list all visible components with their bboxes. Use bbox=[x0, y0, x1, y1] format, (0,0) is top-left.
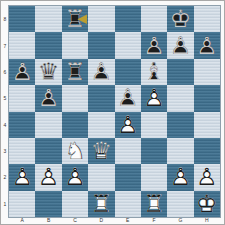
square-d3[interactable]: ♛♕ bbox=[88, 138, 114, 164]
square-d2[interactable] bbox=[88, 164, 114, 190]
piece-black-pawn-h7[interactable]: ♟♙ bbox=[194, 32, 220, 58]
square-a6[interactable]: ♟♙ bbox=[9, 59, 35, 85]
square-a8[interactable] bbox=[9, 6, 35, 32]
square-f5[interactable]: ♟♙ bbox=[141, 85, 167, 111]
square-b5[interactable]: ♟♙ bbox=[35, 85, 61, 111]
square-b8[interactable] bbox=[35, 6, 61, 32]
chess-board: ♜♖♚♔♟♙♟♙♟♙♟♙♛♕♜♖♟♙♝♗♟♙♟♙♟♙♟♙♞♘♛♕♟♙♟♙♟♙♟♙… bbox=[9, 6, 220, 217]
piece-black-rook-c6[interactable]: ♜♖ bbox=[62, 59, 88, 85]
square-h5[interactable] bbox=[194, 85, 220, 111]
square-h3[interactable] bbox=[194, 138, 220, 164]
square-f3[interactable] bbox=[141, 138, 167, 164]
piece-black-king-g8[interactable]: ♚♔ bbox=[167, 6, 193, 32]
square-a3[interactable] bbox=[9, 138, 35, 164]
square-g4[interactable] bbox=[167, 112, 193, 138]
file-label-h: H bbox=[194, 217, 220, 225]
piece-white-queen-d3[interactable]: ♛♕ bbox=[88, 138, 114, 164]
piece-black-pawn-a6[interactable]: ♟♙ bbox=[9, 59, 35, 85]
board-frame: 87654321 ABCDEFGH ♜♖♚♔♟♙♟♙♟♙♟♙♛♕♜♖♟♙♝♗♟♙… bbox=[0, 0, 225, 225]
square-h6[interactable] bbox=[194, 59, 220, 85]
square-b7[interactable] bbox=[35, 32, 61, 58]
piece-white-knight-c3[interactable]: ♞♘ bbox=[62, 138, 88, 164]
piece-white-pawn-h2[interactable]: ♟♙ bbox=[194, 164, 220, 190]
square-b3[interactable] bbox=[35, 138, 61, 164]
file-label-b: B bbox=[35, 217, 61, 225]
square-g7[interactable]: ♟♙ bbox=[167, 32, 193, 58]
file-label-e: E bbox=[115, 217, 141, 225]
square-g3[interactable] bbox=[167, 138, 193, 164]
piece-black-pawn-b5[interactable]: ♟♙ bbox=[35, 85, 61, 111]
square-e7[interactable] bbox=[115, 32, 141, 58]
square-h2[interactable]: ♟♙ bbox=[194, 164, 220, 190]
square-c3[interactable]: ♞♘ bbox=[62, 138, 88, 164]
square-c1[interactable] bbox=[62, 191, 88, 217]
file-labels: ABCDEFGH bbox=[9, 217, 220, 225]
square-e5[interactable]: ♟♙ bbox=[115, 85, 141, 111]
square-a4[interactable] bbox=[9, 112, 35, 138]
square-b6[interactable]: ♛♕ bbox=[35, 59, 61, 85]
rank-label-3: 3 bbox=[1, 138, 9, 164]
piece-black-rook-c8[interactable]: ♜♖ bbox=[62, 6, 88, 32]
piece-white-rook-d1[interactable]: ♜♖ bbox=[88, 191, 114, 217]
square-a7[interactable] bbox=[9, 32, 35, 58]
square-h1[interactable]: ♚♔ bbox=[194, 191, 220, 217]
piece-black-bishop-f6[interactable]: ♝♗ bbox=[141, 59, 167, 85]
square-f6[interactable]: ♝♗ bbox=[141, 59, 167, 85]
square-e8[interactable] bbox=[115, 6, 141, 32]
piece-white-pawn-f5[interactable]: ♟♙ bbox=[141, 85, 167, 111]
square-c5[interactable] bbox=[62, 85, 88, 111]
piece-white-rook-f1[interactable]: ♜♖ bbox=[141, 191, 167, 217]
rank-label-4: 4 bbox=[1, 112, 9, 138]
square-e4[interactable]: ♟♙ bbox=[115, 112, 141, 138]
square-e6[interactable] bbox=[115, 59, 141, 85]
square-a1[interactable] bbox=[9, 191, 35, 217]
square-h4[interactable] bbox=[194, 112, 220, 138]
square-g1[interactable] bbox=[167, 191, 193, 217]
square-c2[interactable]: ♟♙ bbox=[62, 164, 88, 190]
file-label-d: D bbox=[88, 217, 114, 225]
square-c6[interactable]: ♜♖ bbox=[62, 59, 88, 85]
square-h7[interactable]: ♟♙ bbox=[194, 32, 220, 58]
rank-label-6: 6 bbox=[1, 59, 9, 85]
square-b2[interactable]: ♟♙ bbox=[35, 164, 61, 190]
rank-label-5: 5 bbox=[1, 85, 9, 111]
square-b1[interactable] bbox=[35, 191, 61, 217]
file-label-c: C bbox=[62, 217, 88, 225]
square-h8[interactable] bbox=[194, 6, 220, 32]
file-label-f: F bbox=[141, 217, 167, 225]
square-d4[interactable] bbox=[88, 112, 114, 138]
square-f1[interactable]: ♜♖ bbox=[141, 191, 167, 217]
rank-label-7: 7 bbox=[1, 32, 9, 58]
rank-label-1: 1 bbox=[1, 191, 9, 217]
piece-black-queen-b6[interactable]: ♛♕ bbox=[35, 59, 61, 85]
square-g5[interactable] bbox=[167, 85, 193, 111]
rank-label-2: 2 bbox=[1, 164, 9, 190]
piece-white-pawn-g2[interactable]: ♟♙ bbox=[167, 164, 193, 190]
piece-white-king-h1[interactable]: ♚♔ bbox=[194, 191, 220, 217]
square-d6[interactable]: ♟♙ bbox=[88, 59, 114, 85]
piece-black-pawn-e5[interactable]: ♟♙ bbox=[115, 85, 141, 111]
square-d8[interactable] bbox=[88, 6, 114, 32]
square-c4[interactable] bbox=[62, 112, 88, 138]
rank-labels: 87654321 bbox=[1, 6, 9, 217]
square-f2[interactable] bbox=[141, 164, 167, 190]
piece-white-pawn-b2[interactable]: ♟♙ bbox=[35, 164, 61, 190]
square-f7[interactable]: ♟♙ bbox=[141, 32, 167, 58]
square-d1[interactable]: ♜♖ bbox=[88, 191, 114, 217]
square-a5[interactable] bbox=[9, 85, 35, 111]
rank-label-8: 8 bbox=[1, 6, 9, 32]
square-e1[interactable] bbox=[115, 191, 141, 217]
piece-white-pawn-e4[interactable]: ♟♙ bbox=[115, 112, 141, 138]
square-d7[interactable] bbox=[88, 32, 114, 58]
piece-black-pawn-f7[interactable]: ♟♙ bbox=[141, 32, 167, 58]
square-g6[interactable] bbox=[167, 59, 193, 85]
square-d5[interactable] bbox=[88, 85, 114, 111]
piece-white-pawn-a2[interactable]: ♟♙ bbox=[9, 164, 35, 190]
square-c8[interactable]: ♜♖ bbox=[62, 6, 88, 32]
square-e2[interactable] bbox=[115, 164, 141, 190]
square-f4[interactable] bbox=[141, 112, 167, 138]
piece-black-pawn-g7[interactable]: ♟♙ bbox=[167, 32, 193, 58]
file-label-g: G bbox=[167, 217, 193, 225]
square-g2[interactable]: ♟♙ bbox=[167, 164, 193, 190]
piece-white-pawn-c2[interactable]: ♟♙ bbox=[62, 164, 88, 190]
square-g8[interactable]: ♚♔ bbox=[167, 6, 193, 32]
file-label-a: A bbox=[9, 217, 35, 225]
square-a2[interactable]: ♟♙ bbox=[9, 164, 35, 190]
piece-black-pawn-d6[interactable]: ♟♙ bbox=[88, 59, 114, 85]
square-e3[interactable] bbox=[115, 138, 141, 164]
square-c7[interactable] bbox=[62, 32, 88, 58]
square-f8[interactable] bbox=[141, 6, 167, 32]
square-b4[interactable] bbox=[35, 112, 61, 138]
